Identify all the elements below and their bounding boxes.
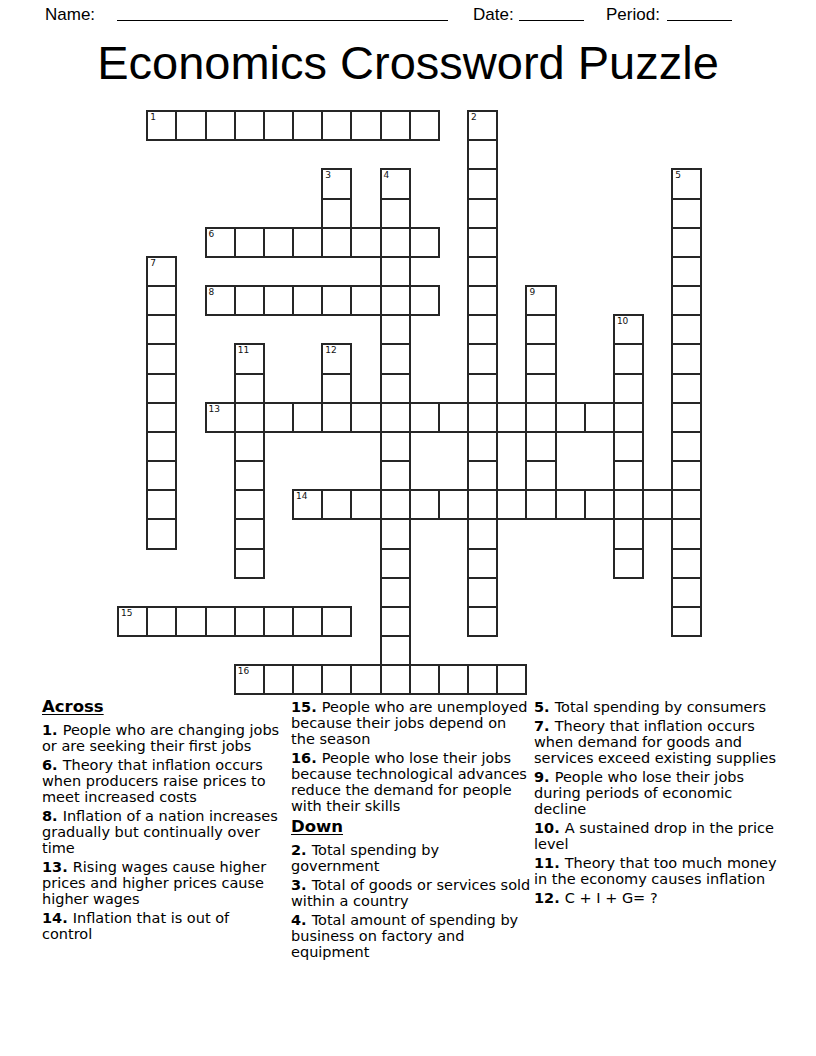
grid-cell[interactable]	[525, 460, 556, 491]
grid-cell[interactable]: 10	[613, 314, 644, 345]
grid-cell[interactable]	[467, 373, 498, 404]
name-blank-line	[117, 4, 448, 21]
grid-cell[interactable]	[525, 431, 556, 462]
clue-text: C + I + G= ?	[565, 890, 658, 906]
grid-cell[interactable]	[234, 518, 265, 549]
grid-cell[interactable]: 12	[321, 343, 352, 374]
grid-cell[interactable]	[321, 664, 352, 695]
grid-cell[interactable]: 11	[234, 343, 265, 374]
grid-cell[interactable]	[380, 198, 411, 229]
grid-cell[interactable]	[263, 285, 294, 316]
grid-cell[interactable]	[146, 489, 177, 520]
grid-cell[interactable]	[292, 606, 323, 637]
grid-cell[interactable]	[642, 489, 673, 520]
grid-cell[interactable]	[409, 664, 440, 695]
grid-cell[interactable]	[292, 402, 323, 433]
cell-clue-number: 1	[150, 112, 156, 122]
clue-number-label: 12.	[534, 890, 565, 906]
grid-cell[interactable]: 14	[292, 489, 323, 520]
grid-cell[interactable]	[321, 227, 352, 258]
across-heading: Across	[42, 699, 280, 715]
grid-cell[interactable]	[496, 402, 527, 433]
grid-cell[interactable]	[409, 402, 440, 433]
grid-cell[interactable]	[263, 110, 294, 141]
grid-cell[interactable]	[467, 518, 498, 549]
cell-clue-number: 16	[238, 666, 249, 676]
clue-text: Total spending by consumers	[555, 699, 766, 715]
grid-cell[interactable]	[613, 489, 644, 520]
clue-number-label: 10.	[534, 820, 565, 836]
clue-number-label: 15.	[291, 699, 322, 715]
down-clue-11: 11. Theory that too much money in the ec…	[534, 855, 780, 887]
grid-cell[interactable]	[525, 402, 556, 433]
clue-column-1: Across1. People who are changing jobs or…	[42, 699, 280, 945]
grid-cell[interactable]	[292, 227, 323, 258]
grid-cell[interactable]: 3	[321, 168, 352, 199]
across-clue-14: 14. Inflation that is out of control	[42, 910, 280, 942]
grid-cell[interactable]	[234, 402, 265, 433]
clue-text: Theory that inflation occurs when demand…	[534, 718, 776, 766]
grid-cell[interactable]	[146, 431, 177, 462]
grid-cell[interactable]	[205, 110, 236, 141]
grid-cell[interactable]	[671, 402, 702, 433]
grid-cell[interactable]	[555, 489, 586, 520]
grid-cell[interactable]	[525, 489, 556, 520]
cell-clue-number: 12	[325, 345, 336, 355]
crossword-grid: 12345678910111213141516	[117, 110, 703, 696]
grid-cell[interactable]	[321, 110, 352, 141]
grid-cell[interactable]	[321, 606, 352, 637]
grid-cell[interactable]	[380, 606, 411, 637]
grid-cell[interactable]	[438, 489, 469, 520]
grid-cell[interactable]	[350, 402, 381, 433]
grid-cell[interactable]: 6	[205, 227, 236, 258]
grid-cell[interactable]	[467, 664, 498, 695]
grid-cell[interactable]	[380, 664, 411, 695]
clue-number-label: 7.	[534, 718, 555, 734]
grid-cell[interactable]	[380, 548, 411, 579]
grid-cell[interactable]	[525, 373, 556, 404]
clue-number-label: 14.	[42, 910, 73, 926]
cell-clue-number: 11	[238, 345, 249, 355]
clue-text: A sustained drop in the price level	[534, 820, 774, 852]
cell-clue-number: 7	[150, 258, 156, 268]
down-clue-5: 5. Total spending by consumers	[534, 699, 780, 715]
grid-cell[interactable]	[146, 518, 177, 549]
grid-cell[interactable]	[613, 460, 644, 491]
clue-number-label: 9.	[534, 769, 555, 785]
grid-cell[interactable]: 4	[380, 168, 411, 199]
clue-number-label: 5.	[534, 699, 555, 715]
clue-number-label: 8.	[42, 808, 63, 824]
clue-number-label: 13.	[42, 859, 73, 875]
down-clue-7: 7. Theory that inflation occurs when dem…	[534, 718, 780, 766]
grid-cell[interactable]	[671, 373, 702, 404]
grid-cell[interactable]	[380, 402, 411, 433]
grid-cell[interactable]: 16	[234, 664, 265, 695]
grid-cell[interactable]	[350, 110, 381, 141]
grid-cell[interactable]	[613, 431, 644, 462]
grid-cell[interactable]	[263, 664, 294, 695]
clue-text: Inflation of a nation increases graduall…	[42, 808, 278, 856]
grid-cell[interactable]	[467, 198, 498, 229]
grid-cell[interactable]	[175, 110, 206, 141]
grid-cell[interactable]	[671, 548, 702, 579]
crossword-worksheet: { "game": "crossword", "title": "Economi…	[0, 0, 816, 1056]
down-clue-9: 9. People who lose their jobs during per…	[534, 769, 780, 817]
grid-cell[interactable]	[146, 343, 177, 374]
grid-cell[interactable]	[146, 402, 177, 433]
cell-clue-number: 8	[209, 287, 215, 297]
grid-cell[interactable]	[555, 402, 586, 433]
grid-cell[interactable]	[321, 402, 352, 433]
date-label: Date:	[473, 5, 514, 25]
grid-cell[interactable]	[234, 285, 265, 316]
grid-cell[interactable]	[467, 431, 498, 462]
grid-cell[interactable]	[380, 460, 411, 491]
grid-cell[interactable]	[467, 548, 498, 579]
grid-cell[interactable]	[671, 577, 702, 608]
clue-text: Theory that too much money in the econom…	[534, 855, 777, 887]
across-clue-16: 16. People who lose their jobs because t…	[291, 750, 531, 814]
cell-clue-number: 2	[471, 112, 477, 122]
grid-cell[interactable]	[380, 314, 411, 345]
grid-cell[interactable]	[380, 431, 411, 462]
grid-cell[interactable]: 7	[146, 256, 177, 287]
grid-cell[interactable]	[380, 635, 411, 666]
grid-cell[interactable]	[671, 227, 702, 258]
grid-cell[interactable]	[380, 373, 411, 404]
grid-cell[interactable]	[380, 285, 411, 316]
grid-cell[interactable]	[292, 664, 323, 695]
clue-column-2: 15. People who are unemployed because th…	[291, 699, 531, 963]
grid-cell[interactable]	[438, 664, 469, 695]
grid-cell[interactable]	[321, 489, 352, 520]
grid-cell[interactable]	[380, 110, 411, 141]
grid-cell[interactable]	[234, 548, 265, 579]
grid-cell[interactable]	[380, 227, 411, 258]
grid-cell[interactable]	[584, 402, 615, 433]
across-clue-8: 8. Inflation of a nation increases gradu…	[42, 808, 280, 856]
grid-cell[interactable]	[467, 256, 498, 287]
grid-cell[interactable]	[467, 227, 498, 258]
grid-cell[interactable]	[467, 139, 498, 170]
grid-cell[interactable]	[671, 198, 702, 229]
grid-cell[interactable]	[234, 431, 265, 462]
across-clue-6: 6. Theory that inflation occurs when pro…	[42, 757, 280, 805]
grid-cell[interactable]	[234, 606, 265, 637]
grid-cell[interactable]	[467, 343, 498, 374]
grid-cell[interactable]	[380, 518, 411, 549]
grid-cell[interactable]	[263, 402, 294, 433]
grid-cell[interactable]	[467, 168, 498, 199]
grid-cell[interactable]	[146, 314, 177, 345]
grid-cell[interactable]: 2	[467, 110, 498, 141]
down-clue-3: 3. Total of goods or services sold withi…	[291, 877, 531, 909]
grid-cell[interactable]	[409, 285, 440, 316]
grid-cell[interactable]: 15	[117, 606, 148, 637]
grid-cell[interactable]	[671, 343, 702, 374]
across-clue-13: 13. Rising wages cause higher prices and…	[42, 859, 280, 907]
clue-text: People who are unemployed because their …	[291, 699, 527, 747]
down-clue-2: 2. Total spending by government	[291, 842, 531, 874]
grid-cell[interactable]	[438, 402, 469, 433]
grid-cell[interactable]	[671, 314, 702, 345]
clue-number-label: 16.	[291, 750, 322, 766]
cell-clue-number: 9	[529, 287, 535, 297]
clue-number-label: 11.	[534, 855, 565, 871]
grid-cell[interactable]	[234, 489, 265, 520]
grid-cell[interactable]	[234, 110, 265, 141]
clue-column-3: 5. Total spending by consumers7. Theory …	[534, 699, 780, 909]
cell-clue-number: 4	[384, 170, 390, 180]
grid-cell[interactable]	[467, 489, 498, 520]
cell-clue-number: 14	[296, 491, 307, 501]
grid-cell[interactable]	[496, 664, 527, 695]
clue-number-label: 6.	[42, 757, 63, 773]
grid-cell[interactable]	[409, 110, 440, 141]
grid-cell[interactable]	[321, 373, 352, 404]
grid-cell[interactable]	[467, 314, 498, 345]
grid-cell[interactable]	[321, 285, 352, 316]
cell-clue-number: 10	[617, 316, 628, 326]
grid-cell[interactable]	[584, 489, 615, 520]
clue-number-label: 2.	[291, 842, 312, 858]
cell-clue-number: 6	[209, 229, 215, 239]
clue-text: Total of goods or services sold within a…	[291, 877, 530, 909]
clue-text: People who lose their jobs during period…	[534, 769, 744, 817]
clue-text: Theory that inflation occurs when produc…	[42, 757, 266, 805]
clue-text: Total amount of spending by business on …	[291, 912, 518, 960]
grid-cell[interactable]: 1	[146, 110, 177, 141]
grid-cell[interactable]	[292, 110, 323, 141]
grid-cell[interactable]	[525, 343, 556, 374]
clue-number-label: 1.	[42, 722, 63, 738]
grid-cell[interactable]	[350, 664, 381, 695]
period-blank-line	[667, 4, 732, 21]
grid-cell[interactable]	[292, 285, 323, 316]
grid-cell[interactable]	[263, 606, 294, 637]
clue-text: Rising wages cause higher prices and hig…	[42, 859, 266, 907]
grid-cell[interactable]	[175, 606, 206, 637]
grid-cell[interactable]	[350, 227, 381, 258]
grid-cell[interactable]	[671, 518, 702, 549]
grid-cell[interactable]	[671, 489, 702, 520]
grid-cell[interactable]	[321, 198, 352, 229]
grid-cell[interactable]	[234, 373, 265, 404]
grid-cell[interactable]	[205, 606, 236, 637]
down-heading: Down	[291, 819, 531, 835]
grid-cell[interactable]	[146, 460, 177, 491]
clue-number-label: 4.	[291, 912, 312, 928]
clue-text: Total spending by government	[291, 842, 439, 874]
down-clue-10: 10. A sustained drop in the price level	[534, 820, 780, 852]
page-title: Economics Crossword Puzzle	[0, 36, 816, 90]
grid-cell[interactable]	[467, 460, 498, 491]
grid-cell[interactable]: 13	[205, 402, 236, 433]
clue-text: People who are changing jobs or are seek…	[42, 722, 279, 754]
grid-cell[interactable]	[380, 343, 411, 374]
grid-cell[interactable]	[467, 606, 498, 637]
clue-text: People who lose their jobs because techn…	[291, 750, 527, 814]
across-clue-1: 1. People who are changing jobs or are s…	[42, 722, 280, 754]
grid-cell[interactable]	[146, 606, 177, 637]
grid-cell[interactable]	[380, 489, 411, 520]
grid-cell[interactable]	[671, 256, 702, 287]
grid-cell[interactable]	[613, 548, 644, 579]
grid-cell[interactable]	[613, 518, 644, 549]
grid-cell[interactable]	[613, 343, 644, 374]
down-clue-4: 4. Total amount of spending by business …	[291, 912, 531, 960]
grid-cell[interactable]	[613, 373, 644, 404]
grid-cell[interactable]	[467, 402, 498, 433]
grid-cell[interactable]	[525, 314, 556, 345]
cell-clue-number: 3	[325, 170, 331, 180]
grid-cell[interactable]	[350, 489, 381, 520]
grid-cell[interactable]	[613, 402, 644, 433]
grid-cell[interactable]	[146, 373, 177, 404]
grid-cell[interactable]	[671, 285, 702, 316]
grid-cell[interactable]	[350, 285, 381, 316]
name-label: Name:	[45, 5, 95, 25]
down-clue-12: 12. C + I + G= ?	[534, 890, 780, 906]
grid-cell[interactable]	[467, 577, 498, 608]
period-label: Period:	[606, 5, 660, 25]
date-blank-line	[519, 4, 584, 21]
grid-cell[interactable]	[380, 577, 411, 608]
cell-clue-number: 13	[209, 404, 220, 414]
clue-number-label: 3.	[291, 877, 312, 893]
cell-clue-number: 15	[121, 608, 132, 618]
grid-cell[interactable]	[409, 227, 440, 258]
cell-clue-number: 5	[675, 170, 681, 180]
grid-cell[interactable]	[409, 489, 440, 520]
grid-cell[interactable]	[146, 285, 177, 316]
grid-cell[interactable]	[467, 285, 498, 316]
grid-cell[interactable]	[671, 460, 702, 491]
grid-cell[interactable]	[234, 227, 265, 258]
grid-cell[interactable]	[496, 489, 527, 520]
grid-cell[interactable]	[380, 256, 411, 287]
grid-cell[interactable]: 8	[205, 285, 236, 316]
across-clue-15: 15. People who are unemployed because th…	[291, 699, 531, 747]
grid-cell[interactable]: 5	[671, 168, 702, 199]
grid-cell[interactable]	[234, 460, 265, 491]
grid-cell[interactable]	[671, 431, 702, 462]
grid-cell[interactable]	[263, 227, 294, 258]
grid-cell[interactable]: 9	[525, 285, 556, 316]
grid-cell[interactable]	[671, 606, 702, 637]
